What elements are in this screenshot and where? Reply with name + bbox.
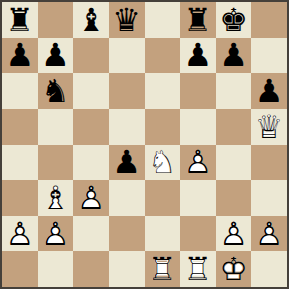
square-f6[interactable] — [180, 73, 216, 109]
square-g7[interactable]: ♟ — [216, 38, 252, 74]
square-a7[interactable]: ♟ — [2, 38, 38, 74]
piece-black-pawn[interactable]: ♟ — [219, 39, 248, 71]
square-f2[interactable] — [180, 216, 216, 252]
piece-glyph-outline: ♔ — [219, 253, 248, 285]
square-d3[interactable] — [109, 180, 145, 216]
square-g5[interactable] — [216, 109, 252, 145]
square-e8[interactable] — [145, 2, 181, 38]
square-f4[interactable]: ♟♙ — [180, 145, 216, 181]
square-c6[interactable] — [73, 73, 109, 109]
square-d4[interactable]: ♟ — [109, 145, 145, 181]
piece-white-rook[interactable]: ♜♖ — [148, 253, 177, 285]
piece-white-queen[interactable]: ♛♕ — [255, 111, 284, 143]
piece-black-pawn[interactable]: ♟ — [5, 39, 34, 71]
piece-black-knight[interactable]: ♞ — [41, 75, 70, 107]
square-h4[interactable] — [251, 145, 287, 181]
piece-white-bishop[interactable]: ♝♗ — [41, 182, 70, 214]
piece-black-pawn[interactable]: ♟ — [41, 39, 70, 71]
square-g2[interactable]: ♟♙ — [216, 216, 252, 252]
square-b8[interactable] — [38, 2, 74, 38]
piece-glyph-outline: ♗ — [41, 182, 70, 214]
square-f7[interactable]: ♟ — [180, 38, 216, 74]
piece-glyph-outline: ♖ — [184, 253, 213, 285]
piece-black-rook[interactable]: ♜ — [5, 4, 34, 36]
piece-black-pawn[interactable]: ♟ — [112, 146, 141, 178]
square-c5[interactable] — [73, 109, 109, 145]
piece-glyph-outline: ♘ — [148, 146, 177, 178]
square-d6[interactable] — [109, 73, 145, 109]
piece-white-king[interactable]: ♚♔ — [219, 253, 248, 285]
piece-white-knight[interactable]: ♞♘ — [148, 146, 177, 178]
square-a5[interactable] — [2, 109, 38, 145]
piece-black-pawn[interactable]: ♟ — [184, 39, 213, 71]
square-c7[interactable] — [73, 38, 109, 74]
piece-white-pawn[interactable]: ♟♙ — [77, 182, 106, 214]
square-e5[interactable] — [145, 109, 181, 145]
square-e3[interactable] — [145, 180, 181, 216]
square-e1[interactable]: ♜♖ — [145, 251, 181, 287]
square-g4[interactable] — [216, 145, 252, 181]
square-a2[interactable]: ♟♙ — [2, 216, 38, 252]
piece-glyph-outline: ♙ — [77, 182, 106, 214]
square-e6[interactable] — [145, 73, 181, 109]
square-b3[interactable]: ♝♗ — [38, 180, 74, 216]
square-h2[interactable]: ♟♙ — [251, 216, 287, 252]
square-b7[interactable]: ♟ — [38, 38, 74, 74]
piece-glyph-outline: ♙ — [41, 218, 70, 250]
square-g8[interactable]: ♚ — [216, 2, 252, 38]
square-g6[interactable] — [216, 73, 252, 109]
square-c1[interactable] — [73, 251, 109, 287]
piece-glyph-outline: ♕ — [255, 111, 284, 143]
piece-black-rook[interactable]: ♜ — [184, 4, 213, 36]
square-c3[interactable]: ♟♙ — [73, 180, 109, 216]
square-d1[interactable] — [109, 251, 145, 287]
square-h8[interactable] — [251, 2, 287, 38]
square-h1[interactable] — [251, 251, 287, 287]
board-grid: ♜♝♛♜♚♟♟♟♟♞♟♛♕♟♞♘♟♙♝♗♟♙♟♙♟♙♟♙♟♙♜♖♜♖♚♔ — [2, 2, 287, 287]
square-h6[interactable]: ♟ — [251, 73, 287, 109]
square-d7[interactable] — [109, 38, 145, 74]
square-b6[interactable]: ♞ — [38, 73, 74, 109]
square-a4[interactable] — [2, 145, 38, 181]
square-b1[interactable] — [38, 251, 74, 287]
square-f3[interactable] — [180, 180, 216, 216]
square-e4[interactable]: ♞♘ — [145, 145, 181, 181]
square-h7[interactable] — [251, 38, 287, 74]
piece-black-queen[interactable]: ♛ — [112, 4, 141, 36]
square-g1[interactable]: ♚♔ — [216, 251, 252, 287]
piece-white-pawn[interactable]: ♟♙ — [255, 218, 284, 250]
piece-black-bishop[interactable]: ♝ — [77, 4, 106, 36]
piece-white-rook[interactable]: ♜♖ — [184, 253, 213, 285]
square-f1[interactable]: ♜♖ — [180, 251, 216, 287]
square-b4[interactable] — [38, 145, 74, 181]
square-b2[interactable]: ♟♙ — [38, 216, 74, 252]
square-f5[interactable] — [180, 109, 216, 145]
piece-white-pawn[interactable]: ♟♙ — [184, 146, 213, 178]
square-c4[interactable] — [73, 145, 109, 181]
chess-board: ♜♝♛♜♚♟♟♟♟♞♟♛♕♟♞♘♟♙♝♗♟♙♟♙♟♙♟♙♟♙♜♖♜♖♚♔ — [0, 0, 289, 289]
piece-black-pawn[interactable]: ♟ — [255, 75, 284, 107]
piece-glyph-outline: ♙ — [184, 146, 213, 178]
piece-glyph-outline: ♖ — [148, 253, 177, 285]
square-e7[interactable] — [145, 38, 181, 74]
square-d8[interactable]: ♛ — [109, 2, 145, 38]
square-c8[interactable]: ♝ — [73, 2, 109, 38]
piece-glyph-outline: ♙ — [5, 218, 34, 250]
piece-white-pawn[interactable]: ♟♙ — [5, 218, 34, 250]
square-d5[interactable] — [109, 109, 145, 145]
square-d2[interactable] — [109, 216, 145, 252]
square-h3[interactable] — [251, 180, 287, 216]
square-c2[interactable] — [73, 216, 109, 252]
piece-glyph-outline: ♙ — [255, 218, 284, 250]
square-a8[interactable]: ♜ — [2, 2, 38, 38]
piece-white-pawn[interactable]: ♟♙ — [219, 218, 248, 250]
piece-white-pawn[interactable]: ♟♙ — [41, 218, 70, 250]
square-a6[interactable] — [2, 73, 38, 109]
square-e2[interactable] — [145, 216, 181, 252]
piece-black-king[interactable]: ♚ — [219, 4, 248, 36]
square-g3[interactable] — [216, 180, 252, 216]
square-b5[interactable] — [38, 109, 74, 145]
square-a1[interactable] — [2, 251, 38, 287]
square-f8[interactable]: ♜ — [180, 2, 216, 38]
square-a3[interactable] — [2, 180, 38, 216]
square-h5[interactable]: ♛♕ — [251, 109, 287, 145]
piece-glyph-outline: ♙ — [219, 218, 248, 250]
